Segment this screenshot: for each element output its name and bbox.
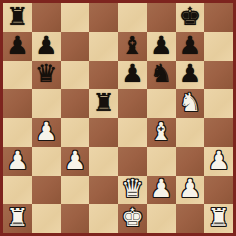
square-c4[interactable] [61, 118, 90, 147]
white-pawn-icon[interactable]: ♟ [64, 148, 86, 175]
square-b6[interactable]: ♛ [32, 61, 61, 90]
square-b4[interactable]: ♟ [32, 118, 61, 147]
white-pawn-icon[interactable]: ♟ [6, 148, 28, 175]
square-b8[interactable] [32, 3, 61, 32]
square-f1[interactable] [147, 204, 176, 233]
square-d5[interactable]: ♜ [89, 89, 118, 118]
square-g8[interactable]: ♚ [176, 3, 205, 32]
white-king-icon[interactable]: ♚ [121, 205, 143, 232]
white-pawn-icon[interactable]: ♟ [179, 176, 201, 203]
square-h1[interactable]: ♜ [204, 204, 233, 233]
square-a1[interactable]: ♜ [3, 204, 32, 233]
white-pawn-icon[interactable]: ♟ [150, 176, 172, 203]
square-b2[interactable] [32, 176, 61, 205]
square-d4[interactable] [89, 118, 118, 147]
square-h4[interactable] [204, 118, 233, 147]
black-pawn-icon[interactable]: ♟ [150, 33, 172, 60]
square-c6[interactable] [61, 61, 90, 90]
square-a4[interactable] [3, 118, 32, 147]
square-g3[interactable] [176, 147, 205, 176]
black-pawn-icon[interactable]: ♟ [179, 33, 201, 60]
square-e1[interactable]: ♚ [118, 204, 147, 233]
square-a5[interactable] [3, 89, 32, 118]
black-king-icon[interactable]: ♚ [179, 4, 201, 31]
square-b7[interactable]: ♟ [32, 32, 61, 61]
square-h3[interactable]: ♟ [204, 147, 233, 176]
square-g4[interactable] [176, 118, 205, 147]
square-f5[interactable] [147, 89, 176, 118]
square-f7[interactable]: ♟ [147, 32, 176, 61]
square-a2[interactable] [3, 176, 32, 205]
square-b5[interactable] [32, 89, 61, 118]
square-h7[interactable] [204, 32, 233, 61]
square-c5[interactable] [61, 89, 90, 118]
square-d6[interactable] [89, 61, 118, 90]
white-rook-icon[interactable]: ♜ [6, 205, 28, 232]
black-pawn-icon[interactable]: ♟ [179, 61, 201, 88]
square-g5[interactable]: ♞ [176, 89, 205, 118]
square-e4[interactable] [118, 118, 147, 147]
square-h5[interactable] [204, 89, 233, 118]
square-b3[interactable] [32, 147, 61, 176]
square-g7[interactable]: ♟ [176, 32, 205, 61]
square-d2[interactable] [89, 176, 118, 205]
square-e7[interactable]: ♝ [118, 32, 147, 61]
square-e5[interactable] [118, 89, 147, 118]
square-d1[interactable] [89, 204, 118, 233]
square-f6[interactable]: ♞ [147, 61, 176, 90]
square-f3[interactable] [147, 147, 176, 176]
square-h8[interactable] [204, 3, 233, 32]
board-frame: ♜♚♟♟♝♟♟♛♟♞♟♜♞♟♝♟♟♟♛♟♟♜♚♜ [0, 0, 236, 236]
square-a6[interactable] [3, 61, 32, 90]
square-c1[interactable] [61, 204, 90, 233]
white-bishop-icon[interactable]: ♝ [150, 119, 172, 146]
square-a7[interactable]: ♟ [3, 32, 32, 61]
square-d3[interactable] [89, 147, 118, 176]
black-queen-icon[interactable]: ♛ [35, 61, 57, 88]
square-e2[interactable]: ♛ [118, 176, 147, 205]
square-h2[interactable] [204, 176, 233, 205]
square-a3[interactable]: ♟ [3, 147, 32, 176]
black-pawn-icon[interactable]: ♟ [35, 33, 57, 60]
square-c7[interactable] [61, 32, 90, 61]
square-e6[interactable]: ♟ [118, 61, 147, 90]
square-c3[interactable]: ♟ [61, 147, 90, 176]
square-g2[interactable]: ♟ [176, 176, 205, 205]
white-pawn-icon[interactable]: ♟ [35, 119, 57, 146]
black-pawn-icon[interactable]: ♟ [121, 61, 143, 88]
white-knight-icon[interactable]: ♞ [179, 90, 201, 117]
square-e3[interactable] [118, 147, 147, 176]
black-knight-icon[interactable]: ♞ [150, 61, 172, 88]
black-rook-icon[interactable]: ♜ [92, 90, 114, 117]
square-a8[interactable]: ♜ [3, 3, 32, 32]
black-pawn-icon[interactable]: ♟ [6, 33, 28, 60]
square-d8[interactable] [89, 3, 118, 32]
square-f8[interactable] [147, 3, 176, 32]
square-g1[interactable] [176, 204, 205, 233]
square-c2[interactable] [61, 176, 90, 205]
chess-board: ♜♚♟♟♝♟♟♛♟♞♟♜♞♟♝♟♟♟♛♟♟♜♚♜ [3, 3, 233, 233]
black-bishop-icon[interactable]: ♝ [121, 33, 143, 60]
black-rook-icon[interactable]: ♜ [6, 4, 28, 31]
square-e8[interactable] [118, 3, 147, 32]
square-b1[interactable] [32, 204, 61, 233]
square-g6[interactable]: ♟ [176, 61, 205, 90]
square-d7[interactable] [89, 32, 118, 61]
white-queen-icon[interactable]: ♛ [121, 176, 143, 203]
square-c8[interactable] [61, 3, 90, 32]
square-f2[interactable]: ♟ [147, 176, 176, 205]
square-f4[interactable]: ♝ [147, 118, 176, 147]
white-pawn-icon[interactable]: ♟ [207, 148, 229, 175]
white-rook-icon[interactable]: ♜ [207, 205, 229, 232]
square-h6[interactable] [204, 61, 233, 90]
